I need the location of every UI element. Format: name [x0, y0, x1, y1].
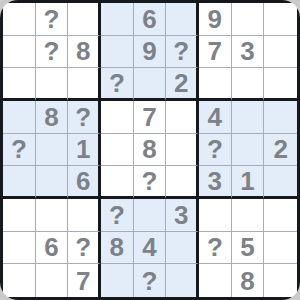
cell-r5c3[interactable]: 1 — [68, 134, 101, 167]
cell-r7c1[interactable] — [3, 199, 36, 232]
cell-r2c9[interactable] — [264, 36, 297, 69]
cell-r6c5[interactable]: ? — [134, 166, 167, 199]
cell-r3c4[interactable]: ? — [101, 68, 134, 101]
cell-r4c2[interactable]: 8 — [36, 101, 69, 134]
cell-r9c3[interactable]: 7 — [68, 264, 101, 297]
cell-r4c4[interactable] — [101, 101, 134, 134]
cell-r6c8[interactable]: 1 — [232, 166, 265, 199]
cell-r2c3[interactable]: 8 — [68, 36, 101, 69]
cell-r2c6[interactable]: ? — [166, 36, 199, 69]
cell-r3c6[interactable]: 2 — [166, 68, 199, 101]
cell-r8c3[interactable]: ? — [68, 232, 101, 265]
cell-r2c4[interactable] — [101, 36, 134, 69]
cell-r2c2[interactable]: ? — [36, 36, 69, 69]
cell-r9c2[interactable] — [36, 264, 69, 297]
cell-r5c1[interactable]: ? — [3, 134, 36, 167]
cell-r1c2[interactable]: ? — [36, 3, 69, 36]
cell-r1c4[interactable] — [101, 3, 134, 36]
cell-r5c5[interactable]: 8 — [134, 134, 167, 167]
cell-r5c7[interactable]: ? — [199, 134, 232, 167]
cell-r7c3[interactable] — [68, 199, 101, 232]
cell-r8c8[interactable]: 5 — [232, 232, 265, 265]
cell-r8c6[interactable] — [166, 232, 199, 265]
cell-r7c2[interactable] — [36, 199, 69, 232]
cell-r7c5[interactable] — [134, 199, 167, 232]
cell-r3c8[interactable] — [232, 68, 265, 101]
cell-r4c9[interactable] — [264, 101, 297, 134]
cell-r9c4[interactable] — [101, 264, 134, 297]
cell-r6c3[interactable]: 6 — [68, 166, 101, 199]
cell-r3c9[interactable] — [264, 68, 297, 101]
cell-r1c1[interactable] — [3, 3, 36, 36]
cell-r6c7[interactable]: 3 — [199, 166, 232, 199]
cell-r9c9[interactable] — [264, 264, 297, 297]
cell-r6c6[interactable] — [166, 166, 199, 199]
cell-r7c4[interactable]: ? — [101, 199, 134, 232]
cell-r5c9[interactable]: 2 — [264, 134, 297, 167]
cell-r7c8[interactable] — [232, 199, 265, 232]
cell-r5c2[interactable] — [36, 134, 69, 167]
cell-r6c2[interactable] — [36, 166, 69, 199]
cell-r8c1[interactable] — [3, 232, 36, 265]
cell-r4c1[interactable] — [3, 101, 36, 134]
cell-r1c3[interactable] — [68, 3, 101, 36]
cell-r1c5[interactable]: 6 — [134, 3, 167, 36]
cell-r9c5[interactable]: ? — [134, 264, 167, 297]
cell-r4c3[interactable]: ? — [68, 101, 101, 134]
cell-r9c7[interactable] — [199, 264, 232, 297]
cell-r2c5[interactable]: 9 — [134, 36, 167, 69]
cell-r1c8[interactable] — [232, 3, 265, 36]
cell-r3c7[interactable] — [199, 68, 232, 101]
cell-r2c8[interactable]: 3 — [232, 36, 265, 69]
cell-r7c9[interactable] — [264, 199, 297, 232]
cell-r3c3[interactable] — [68, 68, 101, 101]
cell-r4c5[interactable]: 7 — [134, 101, 167, 134]
cell-r4c6[interactable] — [166, 101, 199, 134]
cell-r7c6[interactable]: 3 — [166, 199, 199, 232]
cell-r9c1[interactable] — [3, 264, 36, 297]
cell-r5c4[interactable] — [101, 134, 134, 167]
cell-r9c6[interactable] — [166, 264, 199, 297]
cell-r4c7[interactable]: 4 — [199, 101, 232, 134]
cell-r8c7[interactable]: ? — [199, 232, 232, 265]
sudoku-board: ?69?89?73?28?74?18?26?31?36?84?57?8 — [0, 0, 300, 300]
cell-r1c9[interactable] — [264, 3, 297, 36]
cell-r6c9[interactable] — [264, 166, 297, 199]
cell-r9c8[interactable]: 8 — [232, 264, 265, 297]
cell-r3c5[interactable] — [134, 68, 167, 101]
cell-r5c8[interactable] — [232, 134, 265, 167]
cell-r6c1[interactable] — [3, 166, 36, 199]
cell-r3c2[interactable] — [36, 68, 69, 101]
cell-r1c7[interactable]: 9 — [199, 3, 232, 36]
cell-r3c1[interactable] — [3, 68, 36, 101]
cell-r2c7[interactable]: 7 — [199, 36, 232, 69]
cell-r8c2[interactable]: 6 — [36, 232, 69, 265]
cell-r4c8[interactable] — [232, 101, 265, 134]
cell-r6c4[interactable] — [101, 166, 134, 199]
cell-r7c7[interactable] — [199, 199, 232, 232]
cell-r8c9[interactable] — [264, 232, 297, 265]
cell-r8c4[interactable]: 8 — [101, 232, 134, 265]
sudoku-app-screen: ?69?89?73?28?74?18?26?31?36?84?57?8 — [0, 0, 300, 300]
cell-r5c6[interactable] — [166, 134, 199, 167]
cell-r8c5[interactable]: 4 — [134, 232, 167, 265]
cell-r2c1[interactable] — [3, 36, 36, 69]
cell-r1c6[interactable] — [166, 3, 199, 36]
